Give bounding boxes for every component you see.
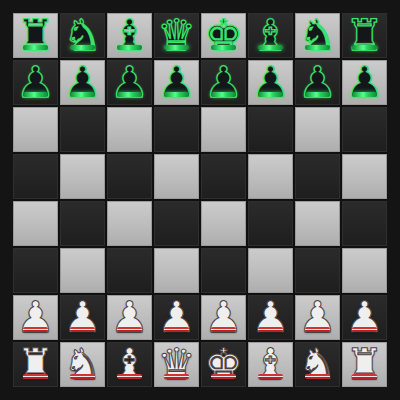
square-e8[interactable]: ♚: [201, 13, 246, 58]
piece-white-pawn[interactable]: ♟: [295, 295, 340, 340]
square-d2[interactable]: ♟: [154, 295, 199, 340]
square-c3[interactable]: [107, 248, 152, 293]
chess-app: ♜♞♝♛♚♝♞♜♟♟♟♟♟♟♟♟♟♟♟♟♟♟♟♟♜♞♝♛♚♝♞♜: [0, 0, 400, 400]
square-h5[interactable]: [342, 154, 387, 199]
square-d7[interactable]: ♟: [154, 60, 199, 105]
piece-white-pawn[interactable]: ♟: [154, 295, 199, 340]
square-h3[interactable]: [342, 248, 387, 293]
piece-black-bishop[interactable]: ♝: [107, 13, 152, 58]
square-h8[interactable]: ♜: [342, 13, 387, 58]
square-d8[interactable]: ♛: [154, 13, 199, 58]
square-h6[interactable]: [342, 107, 387, 152]
square-f7[interactable]: ♟: [248, 60, 293, 105]
piece-black-pawn[interactable]: ♟: [13, 60, 58, 105]
square-g4[interactable]: [295, 201, 340, 246]
square-c6[interactable]: [107, 107, 152, 152]
piece-white-rook[interactable]: ♜: [13, 342, 58, 387]
piece-black-king[interactable]: ♚: [201, 13, 246, 58]
square-g3[interactable]: [295, 248, 340, 293]
square-b6[interactable]: [60, 107, 105, 152]
square-a5[interactable]: [13, 154, 58, 199]
square-f3[interactable]: [248, 248, 293, 293]
piece-black-pawn[interactable]: ♟: [342, 60, 387, 105]
piece-black-rook[interactable]: ♜: [342, 13, 387, 58]
square-e3[interactable]: [201, 248, 246, 293]
piece-white-pawn[interactable]: ♟: [107, 295, 152, 340]
square-e2[interactable]: ♟: [201, 295, 246, 340]
piece-white-pawn[interactable]: ♟: [248, 295, 293, 340]
square-a6[interactable]: [13, 107, 58, 152]
piece-white-pawn[interactable]: ♟: [60, 295, 105, 340]
square-f8[interactable]: ♝: [248, 13, 293, 58]
square-a1[interactable]: ♜: [13, 342, 58, 387]
square-b4[interactable]: [60, 201, 105, 246]
square-c4[interactable]: [107, 201, 152, 246]
square-c8[interactable]: ♝: [107, 13, 152, 58]
square-c2[interactable]: ♟: [107, 295, 152, 340]
piece-white-pawn[interactable]: ♟: [201, 295, 246, 340]
piece-white-rook[interactable]: ♜: [342, 342, 387, 387]
square-d5[interactable]: [154, 154, 199, 199]
square-g1[interactable]: ♞: [295, 342, 340, 387]
square-a2[interactable]: ♟: [13, 295, 58, 340]
square-h4[interactable]: [342, 201, 387, 246]
square-b3[interactable]: [60, 248, 105, 293]
piece-black-pawn[interactable]: ♟: [295, 60, 340, 105]
piece-white-queen[interactable]: ♛: [154, 342, 199, 387]
square-e1[interactable]: ♚: [201, 342, 246, 387]
square-e5[interactable]: [201, 154, 246, 199]
square-f4[interactable]: [248, 201, 293, 246]
piece-white-king[interactable]: ♚: [201, 342, 246, 387]
square-c5[interactable]: [107, 154, 152, 199]
square-c7[interactable]: ♟: [107, 60, 152, 105]
piece-black-pawn[interactable]: ♟: [107, 60, 152, 105]
piece-white-knight[interactable]: ♞: [60, 342, 105, 387]
piece-white-knight[interactable]: ♞: [295, 342, 340, 387]
square-b7[interactable]: ♟: [60, 60, 105, 105]
square-g8[interactable]: ♞: [295, 13, 340, 58]
piece-black-rook[interactable]: ♜: [13, 13, 58, 58]
square-f5[interactable]: [248, 154, 293, 199]
square-c1[interactable]: ♝: [107, 342, 152, 387]
piece-black-pawn[interactable]: ♟: [154, 60, 199, 105]
square-g5[interactable]: [295, 154, 340, 199]
square-e7[interactable]: ♟: [201, 60, 246, 105]
piece-black-pawn[interactable]: ♟: [201, 60, 246, 105]
square-d1[interactable]: ♛: [154, 342, 199, 387]
piece-black-pawn[interactable]: ♟: [248, 60, 293, 105]
square-b2[interactable]: ♟: [60, 295, 105, 340]
square-a3[interactable]: [13, 248, 58, 293]
square-e4[interactable]: [201, 201, 246, 246]
piece-white-bishop[interactable]: ♝: [248, 342, 293, 387]
square-d4[interactable]: [154, 201, 199, 246]
square-b8[interactable]: ♞: [60, 13, 105, 58]
square-d6[interactable]: [154, 107, 199, 152]
square-f2[interactable]: ♟: [248, 295, 293, 340]
chess-board: ♜♞♝♛♚♝♞♜♟♟♟♟♟♟♟♟♟♟♟♟♟♟♟♟♜♞♝♛♚♝♞♜: [13, 13, 387, 387]
piece-white-pawn[interactable]: ♟: [13, 295, 58, 340]
square-f1[interactable]: ♝: [248, 342, 293, 387]
square-f6[interactable]: [248, 107, 293, 152]
square-b5[interactable]: [60, 154, 105, 199]
piece-white-bishop[interactable]: ♝: [107, 342, 152, 387]
square-h2[interactable]: ♟: [342, 295, 387, 340]
piece-black-queen[interactable]: ♛: [154, 13, 199, 58]
square-a7[interactable]: ♟: [13, 60, 58, 105]
piece-black-bishop[interactable]: ♝: [248, 13, 293, 58]
square-a4[interactable]: [13, 201, 58, 246]
square-h1[interactable]: ♜: [342, 342, 387, 387]
square-g2[interactable]: ♟: [295, 295, 340, 340]
piece-black-knight[interactable]: ♞: [295, 13, 340, 58]
square-g6[interactable]: [295, 107, 340, 152]
square-g7[interactable]: ♟: [295, 60, 340, 105]
square-b1[interactable]: ♞: [60, 342, 105, 387]
piece-black-pawn[interactable]: ♟: [60, 60, 105, 105]
square-a8[interactable]: ♜: [13, 13, 58, 58]
square-d3[interactable]: [154, 248, 199, 293]
square-h7[interactable]: ♟: [342, 60, 387, 105]
piece-black-knight[interactable]: ♞: [60, 13, 105, 58]
square-e6[interactable]: [201, 107, 246, 152]
piece-white-pawn[interactable]: ♟: [342, 295, 387, 340]
